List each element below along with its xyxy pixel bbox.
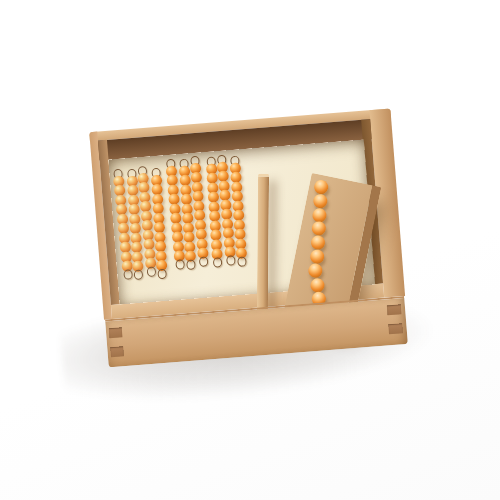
wooden-tray bbox=[89, 109, 408, 366]
wire-loop bbox=[212, 257, 222, 268]
finger-joint bbox=[110, 346, 124, 357]
unit-bead bbox=[311, 207, 328, 224]
finger-joint bbox=[109, 327, 123, 338]
ten-bar-group bbox=[112, 152, 248, 273]
unit-bead bbox=[312, 193, 329, 210]
wire-loop bbox=[157, 269, 167, 280]
wire-loop bbox=[175, 259, 185, 270]
wire-loop bbox=[225, 255, 235, 266]
tray-floor bbox=[109, 140, 376, 305]
wire-loop bbox=[198, 256, 208, 267]
unit-bead bbox=[313, 179, 330, 196]
divider-wall bbox=[257, 174, 269, 329]
wire-loop bbox=[133, 270, 143, 281]
tray-interior bbox=[89, 109, 405, 320]
finger-joint bbox=[388, 323, 403, 334]
photo-background bbox=[0, 0, 500, 500]
wire-loop bbox=[186, 259, 196, 270]
unit-bead bbox=[308, 248, 325, 265]
wire-loop bbox=[237, 256, 247, 267]
unit-bead bbox=[309, 277, 326, 294]
unit-bead bbox=[309, 234, 326, 251]
unit-bead bbox=[310, 221, 327, 238]
unit-bead bbox=[308, 262, 325, 279]
finger-joint bbox=[387, 304, 402, 315]
